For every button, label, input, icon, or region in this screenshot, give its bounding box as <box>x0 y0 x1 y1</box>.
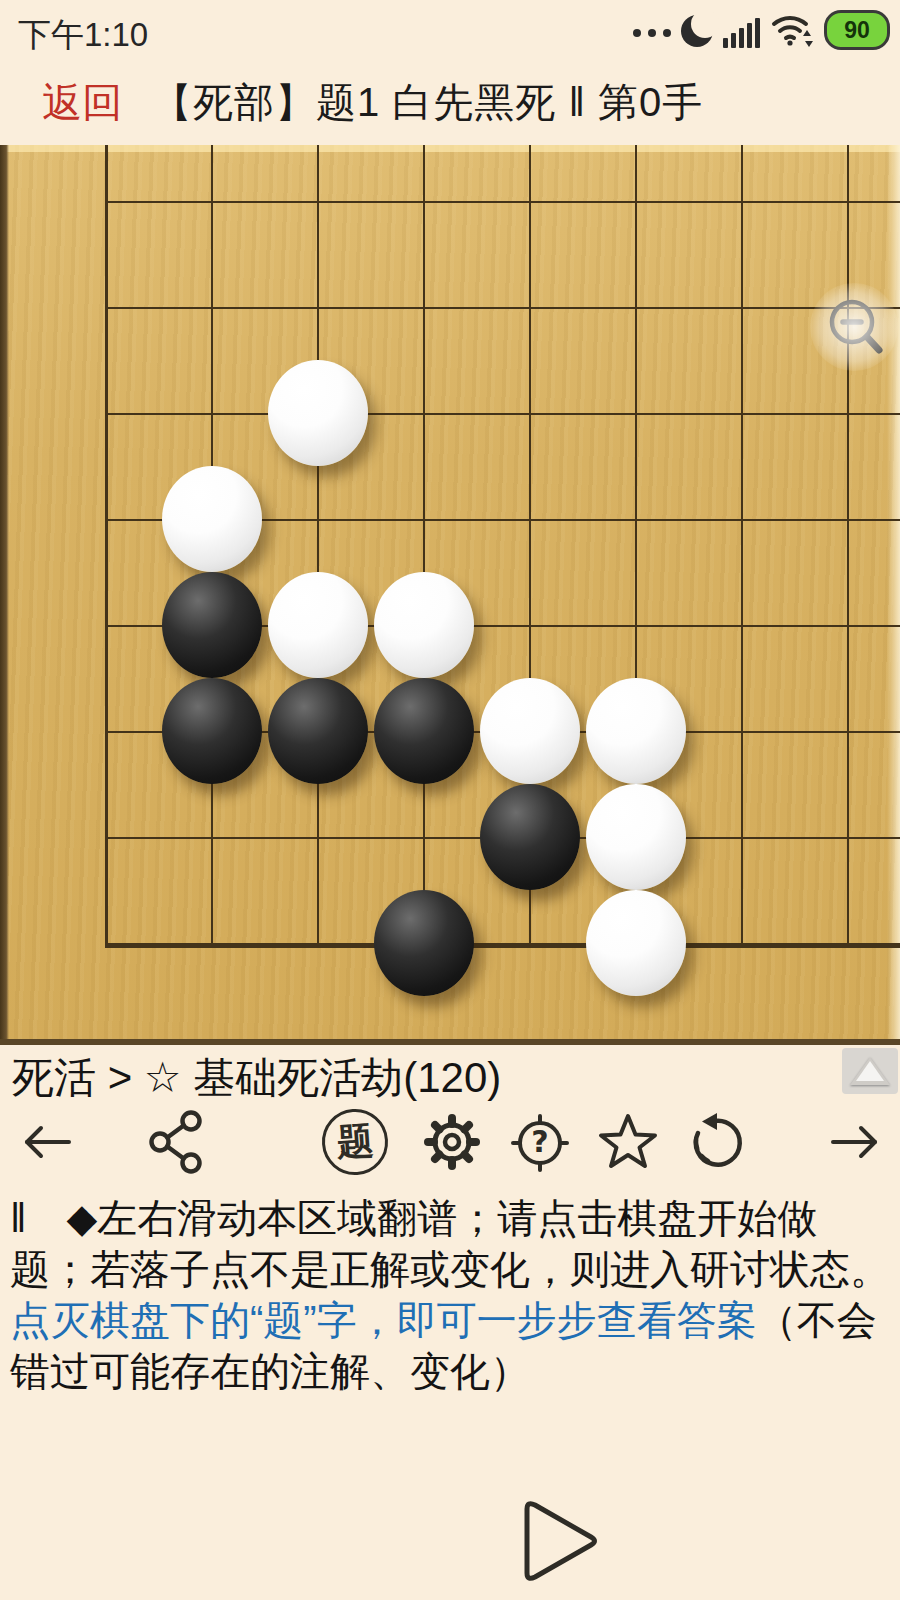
white-stone[interactable] <box>162 466 262 572</box>
board-grid-line <box>317 145 319 946</box>
board-grid-line <box>105 307 900 309</box>
go-problem-app-screen: { "app_background": "#faeedc", "status_b… <box>0 0 900 1600</box>
board-grid-line <box>741 145 743 946</box>
back-button[interactable]: 返回 <box>42 75 122 130</box>
black-stone[interactable] <box>374 678 474 784</box>
share-icon <box>143 1108 211 1176</box>
zoom-button-glow <box>810 283 898 371</box>
problem-circle-icon: 题 <box>320 1107 390 1177</box>
white-stone[interactable] <box>586 890 686 996</box>
moon-dnd-icon <box>681 15 713 47</box>
clock: 下午1:10 <box>18 13 148 58</box>
star-icon <box>594 1108 662 1176</box>
board-left-bevel <box>0 145 9 1045</box>
board-grid-line <box>105 943 900 948</box>
breadcrumb-row: 死活 > ☆ 基础死活劫(120) <box>0 1048 900 1104</box>
black-stone[interactable] <box>162 572 262 678</box>
play-button[interactable] <box>505 1495 615 1595</box>
settings-button[interactable] <box>414 1104 490 1180</box>
svg-text:?: ? <box>531 1124 548 1159</box>
white-stone[interactable] <box>268 572 368 678</box>
title-bar: 返回 【死部】题1 白先黑死 ‖ 第0手 <box>0 60 900 145</box>
board-grid-line <box>105 201 900 203</box>
white-stone[interactable] <box>268 360 368 466</box>
battery-icon: 90 <box>824 10 890 50</box>
white-stone[interactable] <box>374 572 474 678</box>
instruction-link-text: 点灭棋盘下的“题”字，即可一步步查看答案 <box>10 1298 757 1342</box>
share-button[interactable] <box>139 1104 215 1180</box>
battery-percent: 90 <box>844 17 870 44</box>
board-right-bevel <box>887 145 900 1045</box>
right-arrow-icon <box>823 1110 887 1174</box>
instruction-line: 错过可能存在的注解、变化） <box>10 1346 890 1397</box>
white-stone[interactable] <box>586 678 686 784</box>
page-title: 【死部】题1 白先黑死 ‖ 第0手 <box>152 75 703 130</box>
black-stone[interactable] <box>162 678 262 784</box>
board-grid-line <box>105 145 108 946</box>
zoom-out-button[interactable] <box>816 289 892 365</box>
collapse-panel-button[interactable] <box>842 1048 898 1094</box>
prev-move-button[interactable] <box>9 1104 85 1180</box>
board-grid-line <box>847 145 849 946</box>
white-stone[interactable] <box>586 784 686 890</box>
breadcrumb[interactable]: 死活 > ☆ 基础死活劫(120) <box>12 1050 501 1106</box>
instruction-line: 点灭棋盘下的“题”字，即可一步步查看答案（不会 <box>10 1295 890 1346</box>
toolbar: 题 ? <box>0 1104 900 1184</box>
instruction-line: ‖ ◆左右滑动本区域翻谱；请点击棋盘开始做 <box>10 1193 890 1244</box>
problem-mode-button[interactable]: 题 <box>317 1104 393 1180</box>
favorite-button[interactable] <box>590 1104 666 1180</box>
help-button[interactable]: ? <box>502 1104 578 1180</box>
board-top-bevel <box>0 145 900 152</box>
board-grid-line <box>105 413 900 415</box>
go-board[interactable] <box>0 145 900 1045</box>
signal-bars-icon <box>723 14 760 48</box>
undo-rotate-icon <box>684 1108 752 1176</box>
black-stone[interactable] <box>268 678 368 784</box>
white-stone[interactable] <box>480 678 580 784</box>
status-bar: 下午1:10 90 <box>0 0 900 60</box>
help-target-icon: ? <box>506 1108 574 1176</box>
black-stone[interactable] <box>480 784 580 890</box>
board-bottom-bevel <box>0 1039 900 1045</box>
wifi-icon <box>770 10 814 50</box>
left-arrow-icon <box>15 1110 79 1174</box>
up-triangle-icon <box>850 1057 890 1085</box>
board-grid-line <box>423 145 425 946</box>
instructions-panel[interactable]: ‖ ◆左右滑动本区域翻谱；请点击棋盘开始做 题；若落子点不是正解或变化，则进入研… <box>10 1193 890 1397</box>
more-notifications-icon <box>633 29 671 37</box>
black-stone[interactable] <box>374 890 474 996</box>
gear-icon <box>418 1108 486 1176</box>
problem-label: 题 <box>335 1116 375 1168</box>
reset-undo-button[interactable] <box>680 1104 756 1180</box>
play-triangle-icon <box>505 1495 615 1595</box>
next-move-button[interactable] <box>817 1104 893 1180</box>
instruction-line: 题；若落子点不是正解或变化，则进入研讨状态。 <box>10 1244 890 1295</box>
